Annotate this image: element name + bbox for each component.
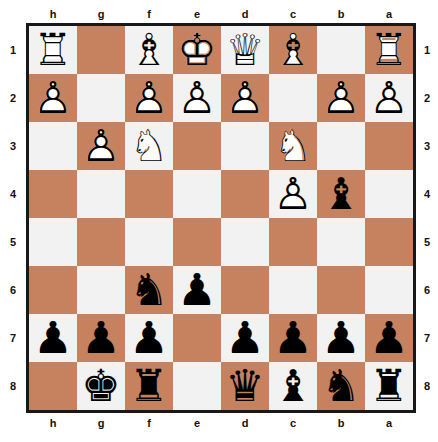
rank-label-3: 3 [0,122,26,170]
square-b8[interactable]: ♞ [317,362,365,410]
square-c5[interactable] [269,218,317,266]
rank-label-4: 4 [416,170,438,218]
rank-labels-left: 12345678 [0,23,26,413]
piece-solid-layer: ♟ [29,314,77,362]
square-h7[interactable]: ♟ [29,314,77,362]
chess-board: ♜♖♝♗♚♔♛♕♝♗♜♖♟♙♟♙♟♙♟♙♟♙♟♙♟♙♞♘♞♘♟♙♝♞♟♟♟♟♟♟… [26,23,416,413]
square-e6[interactable]: ♟ [173,266,221,314]
square-f4[interactable] [125,170,173,218]
rank-labels-right: 12345678 [416,23,438,413]
piece-solid-layer: ♝ [269,362,317,410]
piece-solid-layer: ♞ [125,266,173,314]
piece-outline-layer: ♙ [365,74,413,122]
black-pawn-icon[interactable]: ♟ [317,314,365,362]
white-pawn-icon[interactable]: ♟♙ [173,74,221,122]
square-g4[interactable] [77,170,125,218]
square-b4[interactable]: ♝ [317,170,365,218]
piece-outline-layer: ♗ [269,26,317,74]
square-b6[interactable] [317,266,365,314]
black-pawn-icon[interactable]: ♟ [173,266,221,314]
square-h3[interactable] [29,122,77,170]
square-c3[interactable]: ♞♘ [269,122,317,170]
square-b2[interactable]: ♟♙ [317,74,365,122]
black-pawn-icon[interactable]: ♟ [221,314,269,362]
file-label-f: f [125,417,173,429]
square-a7[interactable]: ♟ [365,314,413,362]
piece-solid-layer: ♟ [269,314,317,362]
file-label-h: h [29,8,77,20]
square-a3[interactable] [365,122,413,170]
file-label-a: a [365,8,413,20]
white-knight-icon[interactable]: ♞♘ [269,122,317,170]
square-f8[interactable]: ♜ [125,362,173,410]
white-bishop-icon[interactable]: ♝♗ [269,26,317,74]
file-label-b: b [317,8,365,20]
piece-solid-layer: ♟ [221,314,269,362]
file-label-h: h [29,417,77,429]
piece-outline-layer: ♙ [173,74,221,122]
square-g1[interactable] [77,26,125,74]
rank-label-1: 1 [416,26,438,74]
file-label-f: f [125,8,173,20]
square-a5[interactable] [365,218,413,266]
square-a8[interactable]: ♜ [365,362,413,410]
black-bishop-icon[interactable]: ♝ [269,362,317,410]
rank-label-8: 8 [0,362,26,410]
piece-outline-layer: ♗ [125,26,173,74]
square-a2[interactable]: ♟♙ [365,74,413,122]
file-label-c: c [269,8,317,20]
white-knight-icon[interactable]: ♞♘ [125,122,173,170]
piece-outline-layer: ♙ [269,170,317,218]
square-g6[interactable] [77,266,125,314]
file-label-e: e [173,417,221,429]
square-g8[interactable]: ♚ [77,362,125,410]
square-f6[interactable]: ♞ [125,266,173,314]
square-c7[interactable]: ♟ [269,314,317,362]
white-pawn-icon[interactable]: ♟♙ [221,74,269,122]
square-d5[interactable] [221,218,269,266]
square-a1[interactable]: ♜♖ [365,26,413,74]
piece-solid-layer: ♛ [221,362,269,410]
white-king-icon[interactable]: ♚♔ [173,26,221,74]
white-bishop-icon[interactable]: ♝♗ [125,26,173,74]
square-c8[interactable]: ♝ [269,362,317,410]
square-h6[interactable] [29,266,77,314]
square-c2[interactable] [269,74,317,122]
white-pawn-icon[interactable]: ♟♙ [125,74,173,122]
piece-outline-layer: ♕ [221,26,269,74]
square-f7[interactable]: ♟ [125,314,173,362]
piece-solid-layer: ♟ [317,314,365,362]
piece-solid-layer: ♜ [365,362,413,410]
rank-label-2: 2 [416,74,438,122]
square-e2[interactable]: ♟♙ [173,74,221,122]
rank-label-5: 5 [0,218,26,266]
square-e3[interactable] [173,122,221,170]
piece-solid-layer: ♝ [317,170,365,218]
square-h8[interactable] [29,362,77,410]
rank-label-7: 7 [0,314,26,362]
file-label-e: e [173,8,221,20]
square-d8[interactable]: ♛ [221,362,269,410]
piece-outline-layer: ♖ [29,26,77,74]
black-pawn-icon[interactable]: ♟ [29,314,77,362]
file-label-d: d [221,417,269,429]
file-labels-top: hgfedcba [26,0,416,23]
rank-label-8: 8 [416,362,438,410]
square-b7[interactable]: ♟ [317,314,365,362]
piece-outline-layer: ♙ [77,122,125,170]
square-g5[interactable] [77,218,125,266]
piece-solid-layer: ♞ [317,362,365,410]
square-b5[interactable] [317,218,365,266]
square-c4[interactable]: ♟♙ [269,170,317,218]
file-labels-bottom: hgfedcba [26,413,416,442]
square-e5[interactable] [173,218,221,266]
rank-label-6: 6 [416,266,438,314]
black-pawn-icon[interactable]: ♟ [365,314,413,362]
piece-outline-layer: ♙ [221,74,269,122]
square-e7[interactable] [173,314,221,362]
file-label-a: a [365,417,413,429]
black-rook-icon[interactable]: ♜ [125,362,173,410]
black-pawn-icon[interactable]: ♟ [269,314,317,362]
square-g2[interactable] [77,74,125,122]
square-h5[interactable] [29,218,77,266]
square-e4[interactable] [173,170,221,218]
piece-outline-layer: ♙ [125,74,173,122]
file-label-g: g [77,8,125,20]
piece-solid-layer: ♟ [365,314,413,362]
file-label-g: g [77,417,125,429]
square-h1[interactable]: ♜♖ [29,26,77,74]
file-label-c: c [269,417,317,429]
white-queen-icon[interactable]: ♛♕ [221,26,269,74]
piece-outline-layer: ♔ [173,26,221,74]
piece-outline-layer: ♙ [29,74,77,122]
square-b1[interactable] [317,26,365,74]
white-pawn-icon[interactable]: ♟♙ [317,74,365,122]
rank-label-4: 4 [0,170,26,218]
piece-solid-layer: ♟ [173,266,221,314]
piece-outline-layer: ♘ [125,122,173,170]
black-knight-icon[interactable]: ♞ [317,362,365,410]
white-rook-icon[interactable]: ♜♖ [29,26,77,74]
white-pawn-icon[interactable]: ♟♙ [29,74,77,122]
piece-solid-layer: ♜ [125,362,173,410]
black-bishop-icon[interactable]: ♝ [317,170,365,218]
chess-diagram: hgfedcba 12345678 ♜♖♝♗♚♔♛♕♝♗♜♖♟♙♟♙♟♙♟♙♟♙… [0,0,438,442]
square-g7[interactable]: ♟ [77,314,125,362]
black-rook-icon[interactable]: ♜ [365,362,413,410]
square-a4[interactable] [365,170,413,218]
white-pawn-icon[interactable]: ♟♙ [269,170,317,218]
piece-outline-layer: ♙ [317,74,365,122]
rank-label-1: 1 [0,26,26,74]
piece-solid-layer: ♟ [125,314,173,362]
file-label-d: d [221,8,269,20]
rank-label-6: 6 [0,266,26,314]
white-pawn-icon[interactable]: ♟♙ [77,122,125,170]
rank-label-3: 3 [416,122,438,170]
piece-outline-layer: ♘ [269,122,317,170]
square-e1[interactable]: ♚♔ [173,26,221,74]
square-e8[interactable] [173,362,221,410]
square-d7[interactable]: ♟ [221,314,269,362]
square-d1[interactable]: ♛♕ [221,26,269,74]
square-f1[interactable]: ♝♗ [125,26,173,74]
rank-label-7: 7 [416,314,438,362]
rank-label-5: 5 [416,218,438,266]
square-h4[interactable] [29,170,77,218]
square-a6[interactable] [365,266,413,314]
square-f3[interactable]: ♞♘ [125,122,173,170]
square-d3[interactable] [221,122,269,170]
square-f2[interactable]: ♟♙ [125,74,173,122]
black-king-icon[interactable]: ♚ [77,362,125,410]
piece-solid-layer: ♟ [77,314,125,362]
rank-label-2: 2 [0,74,26,122]
black-pawn-icon[interactable]: ♟ [125,314,173,362]
file-label-b: b [317,417,365,429]
piece-solid-layer: ♚ [77,362,125,410]
square-d6[interactable] [221,266,269,314]
square-d2[interactable]: ♟♙ [221,74,269,122]
black-knight-icon[interactable]: ♞ [125,266,173,314]
square-c1[interactable]: ♝♗ [269,26,317,74]
square-g3[interactable]: ♟♙ [77,122,125,170]
white-pawn-icon[interactable]: ♟♙ [365,74,413,122]
black-pawn-icon[interactable]: ♟ [77,314,125,362]
white-rook-icon[interactable]: ♜♖ [365,26,413,74]
square-b3[interactable] [317,122,365,170]
square-c6[interactable] [269,266,317,314]
square-d4[interactable] [221,170,269,218]
black-queen-icon[interactable]: ♛ [221,362,269,410]
square-h2[interactable]: ♟♙ [29,74,77,122]
piece-outline-layer: ♖ [365,26,413,74]
square-f5[interactable] [125,218,173,266]
